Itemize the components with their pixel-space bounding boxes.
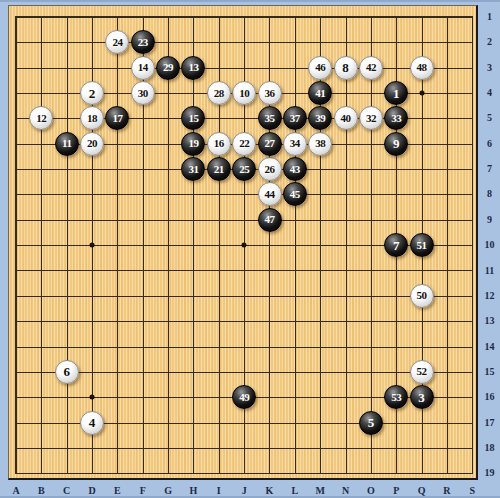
stone-move-number: 34 [290, 138, 300, 149]
stone-black-21: 21 [207, 157, 231, 181]
stone-move-number: 26 [265, 164, 275, 175]
col-label-N: N [336, 485, 356, 496]
stone-move-number: 30 [138, 88, 148, 99]
stone-white-8: 8 [334, 56, 358, 80]
stone-black-15: 15 [181, 106, 205, 130]
stone-move-number: 1 [393, 87, 400, 100]
stone-black-19: 19 [181, 132, 205, 156]
row-label-19: 19 [480, 467, 499, 479]
stone-move-number: 38 [315, 138, 325, 149]
stone-black-39: 39 [308, 106, 332, 130]
stone-move-number: 19 [188, 138, 198, 149]
stone-move-number: 22 [239, 138, 249, 149]
stone-black-27: 27 [258, 132, 282, 156]
stone-white-50: 50 [410, 284, 434, 308]
star-point [90, 395, 95, 400]
row-label-8: 8 [480, 188, 499, 200]
row-label-18: 18 [480, 442, 499, 454]
stone-white-46: 46 [308, 56, 332, 80]
window-frame: 1234567891011121314151617181920212223242… [0, 0, 500, 498]
stone-black-1: 1 [384, 81, 408, 105]
stone-move-number: 24 [112, 37, 122, 48]
stone-move-number: 50 [417, 290, 427, 301]
row-label-12: 12 [480, 290, 499, 302]
col-label-C: C [57, 485, 77, 496]
stone-black-7: 7 [384, 233, 408, 257]
stone-move-number: 41 [315, 88, 325, 99]
stone-black-51: 51 [410, 233, 434, 257]
stone-move-number: 11 [62, 138, 71, 149]
stone-black-33: 33 [384, 106, 408, 130]
stone-move-number: 43 [290, 164, 300, 175]
stone-move-number: 51 [417, 240, 427, 251]
stone-white-4: 4 [80, 411, 104, 435]
stone-move-number: 6 [63, 365, 70, 378]
stone-move-number: 45 [290, 189, 300, 200]
stone-move-number: 15 [188, 113, 198, 124]
stone-black-45: 45 [283, 182, 307, 206]
row-label-16: 16 [480, 391, 499, 403]
stone-white-28: 28 [207, 81, 231, 105]
star-point [419, 91, 424, 96]
stone-black-3: 3 [410, 385, 434, 409]
stone-move-number: 10 [239, 88, 249, 99]
stone-move-number: 20 [87, 138, 97, 149]
col-label-P: P [386, 485, 406, 496]
col-label-S: S [462, 485, 482, 496]
stone-move-number: 52 [417, 366, 427, 377]
col-label-G: G [158, 485, 178, 496]
stone-move-number: 53 [391, 392, 401, 403]
stone-move-number: 35 [265, 113, 275, 124]
stone-move-number: 17 [112, 113, 122, 124]
stone-move-number: 14 [138, 62, 148, 73]
stone-black-43: 43 [283, 157, 307, 181]
col-label-Q: Q [412, 485, 432, 496]
stone-move-number: 8 [342, 61, 349, 74]
stone-move-number: 18 [87, 113, 97, 124]
row-label-6: 6 [480, 138, 499, 150]
row-label-2: 2 [480, 36, 499, 48]
stone-black-47: 47 [258, 208, 282, 232]
row-label-3: 3 [480, 62, 499, 74]
stone-black-17: 17 [105, 106, 129, 130]
stone-white-18: 18 [80, 106, 104, 130]
stone-move-number: 46 [315, 62, 325, 73]
row-label-11: 11 [480, 265, 499, 277]
stone-move-number: 31 [188, 164, 198, 175]
stone-move-number: 49 [239, 392, 249, 403]
stone-move-number: 44 [265, 189, 275, 200]
col-label-O: O [361, 485, 381, 496]
row-label-4: 4 [480, 87, 499, 99]
stone-black-35: 35 [258, 106, 282, 130]
stone-white-20: 20 [80, 132, 104, 156]
star-point [90, 243, 95, 248]
stone-white-10: 10 [232, 81, 256, 105]
stone-move-number: 28 [214, 88, 224, 99]
stone-move-number: 3 [418, 391, 425, 404]
stone-black-37: 37 [283, 106, 307, 130]
stone-move-number: 47 [265, 214, 275, 225]
stone-white-24: 24 [105, 30, 129, 54]
row-label-5: 5 [480, 112, 499, 124]
col-label-J: J [234, 485, 254, 496]
stone-move-number: 12 [36, 113, 46, 124]
stone-black-23: 23 [131, 30, 155, 54]
stone-white-40: 40 [334, 106, 358, 130]
stone-black-9: 9 [384, 132, 408, 156]
stone-white-34: 34 [283, 132, 307, 156]
stone-move-number: 39 [315, 113, 325, 124]
col-label-E: E [107, 485, 127, 496]
stone-white-6: 6 [55, 360, 79, 384]
stone-black-13: 13 [181, 56, 205, 80]
stone-black-41: 41 [308, 81, 332, 105]
stone-black-49: 49 [232, 385, 256, 409]
stone-move-number: 27 [265, 138, 275, 149]
row-label-10: 10 [480, 239, 499, 251]
col-label-H: H [183, 485, 203, 496]
col-label-K: K [260, 485, 280, 496]
stone-move-number: 9 [393, 137, 400, 150]
stone-move-number: 33 [391, 113, 401, 124]
stone-move-number: 7 [393, 239, 400, 252]
stone-white-30: 30 [131, 81, 155, 105]
row-label-1: 1 [480, 11, 499, 23]
stone-move-number: 13 [188, 62, 198, 73]
stone-white-48: 48 [410, 56, 434, 80]
stone-white-14: 14 [131, 56, 155, 80]
row-label-9: 9 [480, 214, 499, 226]
stone-move-number: 2 [89, 87, 96, 100]
stone-black-31: 31 [181, 157, 205, 181]
stone-white-22: 22 [232, 132, 256, 156]
row-label-17: 17 [480, 417, 499, 429]
row-label-15: 15 [480, 366, 499, 378]
stone-black-25: 25 [232, 157, 256, 181]
stone-black-11: 11 [55, 132, 79, 156]
row-label-7: 7 [480, 163, 499, 175]
stone-move-number: 42 [366, 62, 376, 73]
stone-move-number: 32 [366, 113, 376, 124]
col-label-L: L [285, 485, 305, 496]
stone-white-16: 16 [207, 132, 231, 156]
col-label-A: A [6, 485, 26, 496]
stone-move-number: 40 [341, 113, 351, 124]
stone-move-number: 21 [214, 164, 224, 175]
col-label-D: D [82, 485, 102, 496]
stone-move-number: 4 [89, 416, 96, 429]
stone-white-2: 2 [80, 81, 104, 105]
stone-move-number: 5 [368, 416, 375, 429]
goban[interactable]: 1234567891011121314151617181920212223242… [8, 5, 478, 480]
stone-black-53: 53 [384, 385, 408, 409]
col-label-R: R [437, 485, 457, 496]
stone-white-32: 32 [359, 106, 383, 130]
stone-move-number: 16 [214, 138, 224, 149]
star-point [242, 243, 247, 248]
stone-black-5: 5 [359, 411, 383, 435]
row-label-14: 14 [480, 341, 499, 353]
stone-white-36: 36 [258, 81, 282, 105]
stone-black-29: 29 [156, 56, 180, 80]
col-label-I: I [209, 485, 229, 496]
stone-white-44: 44 [258, 182, 282, 206]
row-label-13: 13 [480, 315, 499, 327]
stone-white-12: 12 [29, 106, 53, 130]
stone-move-number: 25 [239, 164, 249, 175]
stone-white-38: 38 [308, 132, 332, 156]
col-label-M: M [310, 485, 330, 496]
stone-move-number: 29 [163, 62, 173, 73]
stone-white-26: 26 [258, 157, 282, 181]
stone-move-number: 48 [417, 62, 427, 73]
stone-move-number: 36 [265, 88, 275, 99]
col-label-B: B [31, 485, 51, 496]
stone-white-42: 42 [359, 56, 383, 80]
stone-move-number: 37 [290, 113, 300, 124]
col-label-F: F [133, 485, 153, 496]
stone-move-number: 23 [138, 37, 148, 48]
stone-white-52: 52 [410, 360, 434, 384]
